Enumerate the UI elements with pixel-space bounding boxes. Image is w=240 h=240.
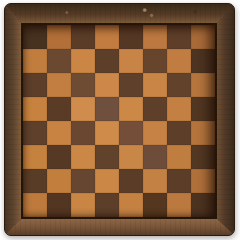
square-e5[interactable]	[119, 97, 143, 121]
checkerboard	[23, 25, 215, 217]
wood-grain-texture	[217, 4, 234, 235]
square-b4[interactable]	[47, 121, 71, 145]
square-c8[interactable]	[71, 25, 95, 49]
square-a5[interactable]	[23, 97, 47, 121]
square-e4[interactable]	[119, 121, 143, 145]
wood-grain-texture	[5, 219, 234, 235]
square-h3[interactable]	[191, 145, 215, 169]
square-g4[interactable]	[167, 121, 191, 145]
board-frame	[4, 3, 235, 236]
square-e6[interactable]	[119, 73, 143, 97]
square-b8[interactable]	[47, 25, 71, 49]
board-well	[21, 23, 217, 219]
square-a2[interactable]	[23, 169, 47, 193]
square-e1[interactable]	[119, 193, 143, 217]
square-h6[interactable]	[191, 73, 215, 97]
square-b6[interactable]	[47, 73, 71, 97]
photo-background	[0, 0, 240, 240]
square-f7[interactable]	[143, 49, 167, 73]
square-b2[interactable]	[47, 169, 71, 193]
square-f4[interactable]	[143, 121, 167, 145]
square-h8[interactable]	[191, 25, 215, 49]
square-g3[interactable]	[167, 145, 191, 169]
square-e8[interactable]	[119, 25, 143, 49]
square-d4[interactable]	[95, 121, 119, 145]
square-a7[interactable]	[23, 49, 47, 73]
square-h2[interactable]	[191, 169, 215, 193]
square-h7[interactable]	[191, 49, 215, 73]
square-d8[interactable]	[95, 25, 119, 49]
square-a3[interactable]	[23, 145, 47, 169]
square-b5[interactable]	[47, 97, 71, 121]
square-e3[interactable]	[119, 145, 143, 169]
square-f1[interactable]	[143, 193, 167, 217]
square-a6[interactable]	[23, 73, 47, 97]
square-b7[interactable]	[47, 49, 71, 73]
square-c3[interactable]	[71, 145, 95, 169]
wood-grain-texture	[5, 4, 21, 235]
square-c5[interactable]	[71, 97, 95, 121]
square-g8[interactable]	[167, 25, 191, 49]
square-g1[interactable]	[167, 193, 191, 217]
square-f3[interactable]	[143, 145, 167, 169]
square-g2[interactable]	[167, 169, 191, 193]
wood-grain-texture	[5, 4, 234, 23]
square-f8[interactable]	[143, 25, 167, 49]
square-d1[interactable]	[95, 193, 119, 217]
square-f6[interactable]	[143, 73, 167, 97]
square-g6[interactable]	[167, 73, 191, 97]
square-h5[interactable]	[191, 97, 215, 121]
square-f5[interactable]	[143, 97, 167, 121]
square-d2[interactable]	[95, 169, 119, 193]
square-c4[interactable]	[71, 121, 95, 145]
square-d3[interactable]	[95, 145, 119, 169]
frame-rail-left	[5, 4, 21, 235]
square-g5[interactable]	[167, 97, 191, 121]
square-h4[interactable]	[191, 121, 215, 145]
square-d7[interactable]	[95, 49, 119, 73]
square-e7[interactable]	[119, 49, 143, 73]
square-f2[interactable]	[143, 169, 167, 193]
square-b1[interactable]	[47, 193, 71, 217]
square-a8[interactable]	[23, 25, 47, 49]
square-c6[interactable]	[71, 73, 95, 97]
square-c2[interactable]	[71, 169, 95, 193]
square-e2[interactable]	[119, 169, 143, 193]
frame-rail-top	[5, 4, 234, 23]
square-h1[interactable]	[191, 193, 215, 217]
square-c7[interactable]	[71, 49, 95, 73]
square-g7[interactable]	[167, 49, 191, 73]
frame-rail-right	[217, 4, 234, 235]
square-b3[interactable]	[47, 145, 71, 169]
square-a4[interactable]	[23, 121, 47, 145]
frame-rail-bottom	[5, 219, 234, 235]
square-a1[interactable]	[23, 193, 47, 217]
square-c1[interactable]	[71, 193, 95, 217]
square-d5[interactable]	[95, 97, 119, 121]
square-d6[interactable]	[95, 73, 119, 97]
